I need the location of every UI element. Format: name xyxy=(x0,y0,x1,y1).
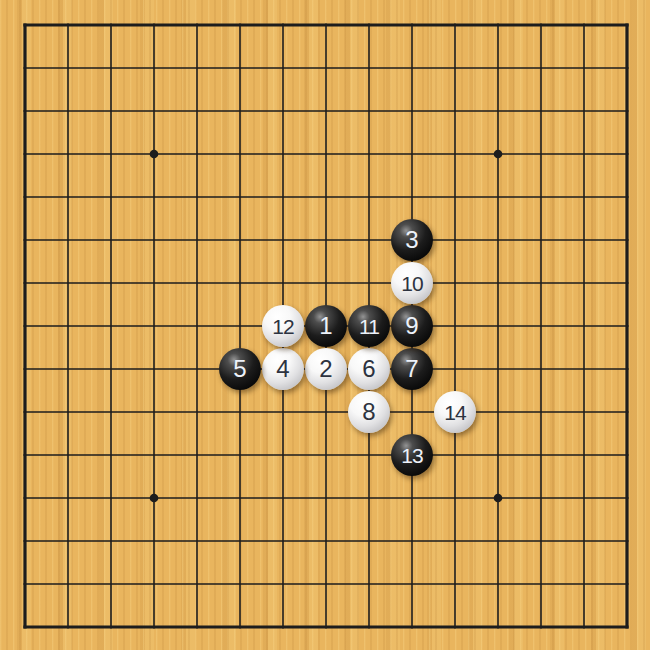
move-number: 11 xyxy=(359,316,379,337)
move-number: 4 xyxy=(276,357,289,381)
stone-black-move-1[interactable]: 1 xyxy=(305,305,347,347)
move-number: 6 xyxy=(362,357,375,381)
stone-black-move-7[interactable]: 7 xyxy=(391,348,433,390)
move-number: 5 xyxy=(233,357,246,381)
move-number: 8 xyxy=(362,400,375,424)
stone-white-move-6[interactable]: 6 xyxy=(348,348,390,390)
stone-layer: 1234567891011121314 xyxy=(4,4,649,649)
stone-white-move-4[interactable]: 4 xyxy=(262,348,304,390)
stone-black-move-3[interactable]: 3 xyxy=(391,219,433,261)
stone-white-move-12[interactable]: 12 xyxy=(262,305,304,347)
move-number: 3 xyxy=(405,228,418,252)
stone-white-move-8[interactable]: 8 xyxy=(348,391,390,433)
move-number: 9 xyxy=(405,314,418,338)
move-number: 10 xyxy=(401,273,422,294)
stone-black-move-5[interactable]: 5 xyxy=(219,348,261,390)
move-number: 1 xyxy=(319,314,332,338)
stone-white-move-10[interactable]: 10 xyxy=(391,262,433,304)
stone-black-move-11[interactable]: 11 xyxy=(348,305,390,347)
move-number: 12 xyxy=(272,316,293,337)
go-board[interactable]: 1234567891011121314 xyxy=(0,0,650,650)
stone-white-move-2[interactable]: 2 xyxy=(305,348,347,390)
stone-white-move-14[interactable]: 14 xyxy=(434,391,476,433)
move-number: 7 xyxy=(405,357,418,381)
stone-black-move-13[interactable]: 13 xyxy=(391,434,433,476)
move-number: 2 xyxy=(319,357,332,381)
move-number: 13 xyxy=(401,445,422,466)
stone-black-move-9[interactable]: 9 xyxy=(391,305,433,347)
move-number: 14 xyxy=(444,402,465,423)
